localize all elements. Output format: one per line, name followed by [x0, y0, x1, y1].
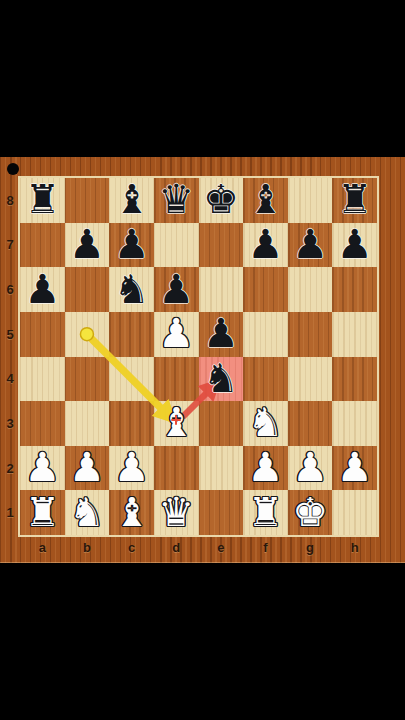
pieces-layer: ♜♝♛♚♝♜♟♟♟♟♟♟♞♟♟♞♟♝♞♟♟♟♟♟♟♜♞♝♛♜♚	[0, 157, 405, 562]
piece-white-queen-d1[interactable]: ♛	[154, 490, 199, 535]
rank-label-8: 8	[0, 178, 20, 223]
file-label-h: h	[332, 535, 377, 560]
file-label-a: a	[20, 535, 65, 560]
rank-label-3: 3	[0, 401, 20, 446]
file-label-g: g	[288, 535, 333, 560]
piece-white-pawn-c2[interactable]: ♟	[109, 446, 154, 491]
piece-white-bishop-d3[interactable]: ♝	[154, 401, 199, 446]
piece-black-king-e8[interactable]: ♚	[199, 178, 244, 223]
piece-black-pawn-f7[interactable]: ♟	[243, 223, 288, 268]
piece-white-rook-f1[interactable]: ♜	[243, 490, 288, 535]
piece-black-pawn-a6[interactable]: ♟	[20, 267, 65, 312]
piece-white-knight-f3[interactable]: ♞	[243, 401, 288, 446]
rank-label-2: 2	[0, 446, 20, 491]
piece-white-pawn-a2[interactable]: ♟	[20, 446, 65, 491]
piece-black-pawn-c7[interactable]: ♟	[109, 223, 154, 268]
piece-white-bishop-c1[interactable]: ♝	[109, 490, 154, 535]
piece-black-bishop-f8[interactable]: ♝	[243, 178, 288, 223]
piece-black-pawn-g7[interactable]: ♟	[288, 223, 333, 268]
video-frame: ♜♝♛♚♝♜♟♟♟♟♟♟♞♟♟♞♟♝♞♟♟♟♟♟♟♜♞♝♛♜♚ 87654321…	[0, 0, 405, 720]
piece-white-pawn-f2[interactable]: ♟	[243, 446, 288, 491]
piece-black-pawn-e5[interactable]: ♟	[199, 312, 244, 357]
rank-label-7: 7	[0, 223, 20, 268]
piece-black-rook-h8[interactable]: ♜	[332, 178, 377, 223]
rank-label-4: 4	[0, 357, 20, 402]
piece-black-pawn-b7[interactable]: ♟	[65, 223, 110, 268]
piece-black-rook-a8[interactable]: ♜	[20, 178, 65, 223]
piece-white-pawn-h2[interactable]: ♟	[332, 446, 377, 491]
piece-black-pawn-d6[interactable]: ♟	[154, 267, 199, 312]
piece-white-pawn-b2[interactable]: ♟	[65, 446, 110, 491]
piece-white-knight-b1[interactable]: ♞	[65, 490, 110, 535]
piece-white-king-g1[interactable]: ♚	[288, 490, 333, 535]
piece-white-pawn-d5[interactable]: ♟	[154, 312, 199, 357]
piece-white-rook-a1[interactable]: ♜	[20, 490, 65, 535]
piece-black-knight-c6[interactable]: ♞	[109, 267, 154, 312]
rank-label-6: 6	[0, 267, 20, 312]
piece-black-pawn-h7[interactable]: ♟	[332, 223, 377, 268]
file-label-e: e	[199, 535, 244, 560]
piece-black-bishop-c8[interactable]: ♝	[109, 178, 154, 223]
chess-board: ♜♝♛♚♝♜♟♟♟♟♟♟♞♟♟♞♟♝♞♟♟♟♟♟♟♜♞♝♛♜♚ 87654321…	[0, 157, 405, 563]
rank-label-5: 5	[0, 312, 20, 357]
file-label-d: d	[154, 535, 199, 560]
file-label-b: b	[65, 535, 110, 560]
piece-white-pawn-g2[interactable]: ♟	[288, 446, 333, 491]
file-label-f: f	[243, 535, 288, 560]
file-label-c: c	[109, 535, 154, 560]
piece-black-queen-d8[interactable]: ♛	[154, 178, 199, 223]
piece-black-knight-e4[interactable]: ♞	[199, 357, 244, 402]
rank-label-1: 1	[0, 490, 20, 535]
